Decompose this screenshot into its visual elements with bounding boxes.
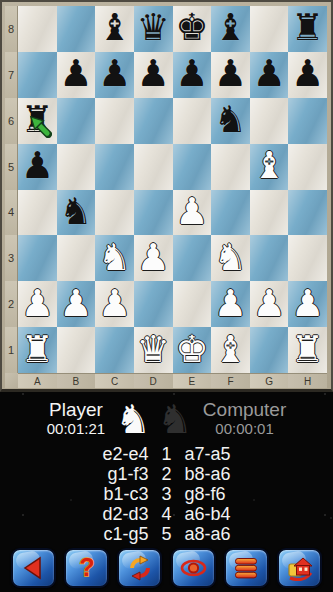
eye-icon xyxy=(180,555,207,581)
square-d4[interactable] xyxy=(134,190,173,236)
move-row-1: e2-e41a7-a5 xyxy=(57,444,277,464)
square-f8[interactable]: ♝ xyxy=(211,6,250,52)
square-h8[interactable]: ♜ xyxy=(288,6,327,52)
square-a2[interactable]: ♟ xyxy=(18,281,57,327)
square-a5[interactable]: ♟ xyxy=(18,144,57,190)
square-d8[interactable]: ♛ xyxy=(134,6,173,52)
rank-label-6: 6 xyxy=(5,98,18,144)
square-c4[interactable] xyxy=(95,190,134,236)
square-g2[interactable]: ♟ xyxy=(250,281,289,327)
square-g3[interactable] xyxy=(250,235,289,281)
chess-app-screen: 8♝♛♚♝♜7♟♟♟♟♟♟♟6♜♞5♟♝4♞♟3♞♟♞2♟♟♟♟♟♟1♜♛♚♝♜… xyxy=(0,0,333,592)
square-c8[interactable]: ♝ xyxy=(95,6,134,52)
square-f4[interactable] xyxy=(211,190,250,236)
square-d2[interactable] xyxy=(134,281,173,327)
black-knight-f6: ♞ xyxy=(214,101,247,138)
square-a3[interactable] xyxy=(18,235,57,281)
file-label-b: B xyxy=(57,373,96,388)
square-e3[interactable] xyxy=(173,235,212,281)
move-number: 2 xyxy=(149,464,185,485)
chess-board: 8♝♛♚♝♜7♟♟♟♟♟♟♟6♜♞5♟♝4♞♟3♞♟♞2♟♟♟♟♟♟1♜♛♚♝♜… xyxy=(5,6,327,388)
square-b4[interactable]: ♞ xyxy=(57,190,96,236)
white-king-e1: ♚ xyxy=(175,331,208,368)
white-move: d2-d3 xyxy=(57,504,149,525)
file-label-g: G xyxy=(250,373,289,388)
rank-label-3: 3 xyxy=(5,235,18,281)
white-knight-icon: ♞ xyxy=(115,399,151,439)
white-pawn-c2: ♟ xyxy=(98,285,131,322)
rank-label-2: 2 xyxy=(5,281,18,327)
square-g5[interactable]: ♝ xyxy=(250,144,289,190)
svg-text:?: ? xyxy=(79,555,94,581)
move-number: 4 xyxy=(149,504,185,525)
move-number: 3 xyxy=(149,484,185,505)
square-g8[interactable] xyxy=(250,6,289,52)
move-list[interactable]: e2-e41a7-a5g1-f32b8-a6b1-c33g8-f6d2-d34a… xyxy=(0,444,333,544)
move-row-5: c1-g55a8-a6 xyxy=(57,524,277,544)
square-h4[interactable] xyxy=(288,190,327,236)
white-pawn-e4: ♟ xyxy=(175,193,208,230)
square-f1[interactable]: ♝ xyxy=(211,327,250,373)
menu-button[interactable] xyxy=(224,548,269,588)
black-pawn-f7: ♟ xyxy=(214,55,247,92)
black-king-e8: ♚ xyxy=(175,9,208,46)
black-bishop-c8: ♝ xyxy=(98,9,131,46)
menu-bars-icon xyxy=(233,555,259,581)
square-b8[interactable] xyxy=(57,6,96,52)
square-a1[interactable]: ♜ xyxy=(18,327,57,373)
square-e1[interactable]: ♚ xyxy=(173,327,212,373)
white-move: g1-f3 xyxy=(57,464,149,485)
square-h2[interactable]: ♟ xyxy=(288,281,327,327)
home-button[interactable] xyxy=(277,548,322,588)
square-a6[interactable]: ♜ xyxy=(18,98,57,144)
rank-label-1: 1 xyxy=(5,327,18,373)
black-pawn-c7: ♟ xyxy=(98,55,131,92)
white-player-clock: Player 00:01:21 xyxy=(47,400,105,437)
black-pawn-b7: ♟ xyxy=(59,55,92,92)
black-pawn-g7: ♟ xyxy=(252,55,285,92)
square-e8[interactable]: ♚ xyxy=(173,6,212,52)
square-c1[interactable] xyxy=(95,327,134,373)
file-label-f: F xyxy=(211,373,250,388)
square-a7[interactable] xyxy=(18,52,57,98)
square-f2[interactable]: ♟ xyxy=(211,281,250,327)
black-move: a8-a6 xyxy=(185,524,277,545)
square-b1[interactable] xyxy=(57,327,96,373)
square-a8[interactable] xyxy=(18,6,57,52)
white-rook-a1: ♜ xyxy=(21,331,54,368)
white-pawn-g2: ♟ xyxy=(252,285,285,322)
square-h6[interactable] xyxy=(288,98,327,144)
white-pawn-f2: ♟ xyxy=(214,285,247,322)
square-h1[interactable]: ♜ xyxy=(288,327,327,373)
square-f7[interactable]: ♟ xyxy=(211,52,250,98)
black-move: a6-b4 xyxy=(185,504,277,525)
black-pawn-e7: ♟ xyxy=(175,55,208,92)
square-c3[interactable]: ♞ xyxy=(95,235,134,281)
white-pawn-b2: ♟ xyxy=(59,285,92,322)
move-row-3: b1-c33g8-f6 xyxy=(57,484,277,504)
move-number: 1 xyxy=(149,444,185,465)
white-bishop-f1: ♝ xyxy=(214,331,247,368)
back-icon xyxy=(21,555,47,581)
square-g1[interactable] xyxy=(250,327,289,373)
square-f3[interactable]: ♞ xyxy=(211,235,250,281)
square-e7[interactable]: ♟ xyxy=(173,52,212,98)
rank-label-4: 4 xyxy=(5,190,18,236)
white-move: c1-g5 xyxy=(57,524,149,545)
square-f5[interactable] xyxy=(211,144,250,190)
square-b5[interactable] xyxy=(57,144,96,190)
move-row-4: d2-d34a6-b4 xyxy=(57,504,277,524)
rotate-board-button[interactable] xyxy=(117,548,162,588)
square-c2[interactable]: ♟ xyxy=(95,281,134,327)
rotate-arrows-icon xyxy=(127,555,153,581)
move-number: 5 xyxy=(149,524,185,545)
rank-label-8: 8 xyxy=(5,6,18,52)
view-button[interactable] xyxy=(171,548,216,588)
rank-label-5: 5 xyxy=(5,144,18,190)
white-queen-d1: ♛ xyxy=(137,331,170,368)
square-b3[interactable] xyxy=(57,235,96,281)
square-g6[interactable] xyxy=(250,98,289,144)
square-h7[interactable]: ♟ xyxy=(288,52,327,98)
black-pawn-d7: ♟ xyxy=(137,55,170,92)
board-corner xyxy=(5,373,18,388)
square-e4[interactable]: ♟ xyxy=(173,190,212,236)
square-e5[interactable] xyxy=(173,144,212,190)
square-c7[interactable]: ♟ xyxy=(95,52,134,98)
rank-label-7: 7 xyxy=(5,52,18,98)
square-a4[interactable] xyxy=(18,190,57,236)
back-button[interactable] xyxy=(11,548,56,588)
square-g4[interactable] xyxy=(250,190,289,236)
square-d3[interactable]: ♟ xyxy=(134,235,173,281)
black-knight-icon: ♞ xyxy=(157,399,193,439)
white-pawn-a2: ♟ xyxy=(21,285,54,322)
black-player-name: Computer xyxy=(203,400,286,421)
square-d7[interactable]: ♟ xyxy=(134,52,173,98)
square-h3[interactable] xyxy=(288,235,327,281)
white-move: e2-e4 xyxy=(57,444,149,465)
white-bishop-g5: ♝ xyxy=(252,147,285,184)
black-move: a7-a5 xyxy=(185,444,277,465)
square-c5[interactable] xyxy=(95,144,134,190)
black-bishop-f8: ♝ xyxy=(214,9,247,46)
white-knight-c3: ♞ xyxy=(98,239,131,276)
black-pawn-a5: ♟ xyxy=(21,147,54,184)
square-b2[interactable]: ♟ xyxy=(57,281,96,327)
square-b7[interactable]: ♟ xyxy=(57,52,96,98)
file-label-c: C xyxy=(95,373,134,388)
file-label-h: H xyxy=(288,373,327,388)
chess-board-frame: 8♝♛♚♝♜7♟♟♟♟♟♟♟6♜♞5♟♝4♞♟3♞♟♞2♟♟♟♟♟♟1♜♛♚♝♜… xyxy=(0,0,333,392)
white-rook-h1: ♜ xyxy=(291,331,324,368)
help-button[interactable]: ? xyxy=(64,548,109,588)
black-player-time: 00:00:01 xyxy=(215,421,273,438)
white-player-name: Player xyxy=(49,400,103,421)
white-knight-f3: ♞ xyxy=(214,239,247,276)
white-pawn-d3: ♟ xyxy=(137,239,170,276)
square-d6[interactable] xyxy=(134,98,173,144)
file-label-d: D xyxy=(134,373,173,388)
square-e2[interactable] xyxy=(173,281,212,327)
white-player-time: 00:01:21 xyxy=(47,421,105,438)
white-pawn-h2: ♟ xyxy=(291,285,324,322)
white-move: b1-c3 xyxy=(57,484,149,505)
square-b6[interactable] xyxy=(57,98,96,144)
question-mark-icon: ? xyxy=(74,555,100,581)
black-move: b8-a6 xyxy=(185,464,277,485)
last-move-cursor-icon xyxy=(29,115,52,138)
black-pawn-h7: ♟ xyxy=(291,55,324,92)
square-h5[interactable] xyxy=(288,144,327,190)
square-d5[interactable] xyxy=(134,144,173,190)
home-icon xyxy=(286,555,313,581)
move-row-2: g1-f32b8-a6 xyxy=(57,464,277,484)
square-d1[interactable]: ♛ xyxy=(134,327,173,373)
square-e6[interactable] xyxy=(173,98,212,144)
clock-bar: Player 00:01:21 ♞ ♞ Computer 00:00:01 xyxy=(0,392,333,444)
toolbar: ? xyxy=(0,544,333,592)
black-move: g8-f6 xyxy=(185,484,277,505)
square-c6[interactable] xyxy=(95,98,134,144)
file-label-e: E xyxy=(173,373,212,388)
square-f6[interactable]: ♞ xyxy=(211,98,250,144)
black-queen-d8: ♛ xyxy=(137,9,170,46)
black-rook-h8: ♜ xyxy=(291,9,324,46)
black-player-clock: Computer 00:00:01 xyxy=(203,400,286,437)
black-knight-b4: ♞ xyxy=(59,193,92,230)
square-g7[interactable]: ♟ xyxy=(250,52,289,98)
file-label-a: A xyxy=(18,373,57,388)
